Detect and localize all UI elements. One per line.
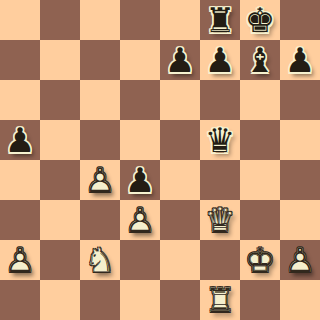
piece-glyph-fill: ♚ <box>240 0 280 40</box>
square-b4[interactable] <box>40 160 80 200</box>
square-a5[interactable]: ♟ <box>0 120 40 160</box>
square-c5[interactable] <box>80 120 120 160</box>
chess-board: ♜♚♟♟♝♟♟♛♟♙♟♟♙♛♕♟♙♞♘♚♔♟♙♜♖ <box>0 0 320 320</box>
piece-white-pawn[interactable]: ♟♙ <box>0 240 40 280</box>
square-f8[interactable]: ♜ <box>200 0 240 40</box>
piece-black-pawn[interactable]: ♟ <box>280 40 320 80</box>
piece-glyph-outline: ♙ <box>80 160 120 200</box>
piece-glyph-fill: ♟ <box>200 40 240 80</box>
square-f2[interactable] <box>200 240 240 280</box>
square-c8[interactable] <box>80 0 120 40</box>
square-e8[interactable] <box>160 0 200 40</box>
square-e7[interactable]: ♟ <box>160 40 200 80</box>
square-b7[interactable] <box>40 40 80 80</box>
square-d2[interactable] <box>120 240 160 280</box>
piece-black-rook[interactable]: ♜ <box>200 0 240 40</box>
square-a7[interactable] <box>0 40 40 80</box>
piece-glyph-fill: ♟ <box>0 120 40 160</box>
square-e4[interactable] <box>160 160 200 200</box>
square-d3[interactable]: ♟♙ <box>120 200 160 240</box>
square-b3[interactable] <box>40 200 80 240</box>
square-a3[interactable] <box>0 200 40 240</box>
square-b2[interactable] <box>40 240 80 280</box>
square-h1[interactable] <box>280 280 320 320</box>
piece-glyph-outline: ♕ <box>200 200 240 240</box>
square-h4[interactable] <box>280 160 320 200</box>
square-b1[interactable] <box>40 280 80 320</box>
square-c6[interactable] <box>80 80 120 120</box>
piece-white-queen[interactable]: ♛♕ <box>200 200 240 240</box>
piece-white-rook[interactable]: ♜♖ <box>200 280 240 320</box>
square-b6[interactable] <box>40 80 80 120</box>
square-h6[interactable] <box>280 80 320 120</box>
piece-black-bishop[interactable]: ♝ <box>240 40 280 80</box>
square-g7[interactable]: ♝ <box>240 40 280 80</box>
piece-black-king[interactable]: ♚ <box>240 0 280 40</box>
square-g5[interactable] <box>240 120 280 160</box>
square-g2[interactable]: ♚♔ <box>240 240 280 280</box>
square-f7[interactable]: ♟ <box>200 40 240 80</box>
piece-black-pawn[interactable]: ♟ <box>120 160 160 200</box>
piece-glyph-fill: ♜ <box>200 0 240 40</box>
square-e1[interactable] <box>160 280 200 320</box>
piece-black-pawn[interactable]: ♟ <box>160 40 200 80</box>
square-f5[interactable]: ♛ <box>200 120 240 160</box>
square-d5[interactable] <box>120 120 160 160</box>
square-b5[interactable] <box>40 120 80 160</box>
piece-white-knight[interactable]: ♞♘ <box>80 240 120 280</box>
square-g4[interactable] <box>240 160 280 200</box>
piece-white-king[interactable]: ♚♔ <box>240 240 280 280</box>
square-b8[interactable] <box>40 0 80 40</box>
square-e6[interactable] <box>160 80 200 120</box>
piece-glyph-fill: ♛ <box>200 120 240 160</box>
square-e2[interactable] <box>160 240 200 280</box>
square-d4[interactable]: ♟ <box>120 160 160 200</box>
square-d1[interactable] <box>120 280 160 320</box>
square-h7[interactable]: ♟ <box>280 40 320 80</box>
piece-glyph-outline: ♙ <box>0 240 40 280</box>
piece-glyph-fill: ♝ <box>240 40 280 80</box>
square-h2[interactable]: ♟♙ <box>280 240 320 280</box>
square-f3[interactable]: ♛♕ <box>200 200 240 240</box>
square-d6[interactable] <box>120 80 160 120</box>
piece-glyph-fill: ♟ <box>120 160 160 200</box>
piece-glyph-fill: ♟ <box>280 40 320 80</box>
square-c2[interactable]: ♞♘ <box>80 240 120 280</box>
square-c3[interactable] <box>80 200 120 240</box>
piece-glyph-outline: ♔ <box>240 240 280 280</box>
square-a1[interactable] <box>0 280 40 320</box>
piece-black-pawn[interactable]: ♟ <box>0 120 40 160</box>
square-a2[interactable]: ♟♙ <box>0 240 40 280</box>
square-g3[interactable] <box>240 200 280 240</box>
square-d8[interactable] <box>120 0 160 40</box>
square-c1[interactable] <box>80 280 120 320</box>
square-d7[interactable] <box>120 40 160 80</box>
piece-black-pawn[interactable]: ♟ <box>200 40 240 80</box>
square-a8[interactable] <box>0 0 40 40</box>
square-a4[interactable] <box>0 160 40 200</box>
piece-glyph-outline: ♙ <box>280 240 320 280</box>
square-c4[interactable]: ♟♙ <box>80 160 120 200</box>
square-e5[interactable] <box>160 120 200 160</box>
square-a6[interactable] <box>0 80 40 120</box>
piece-glyph-outline: ♙ <box>120 200 160 240</box>
square-g1[interactable] <box>240 280 280 320</box>
square-h5[interactable] <box>280 120 320 160</box>
square-f1[interactable]: ♜♖ <box>200 280 240 320</box>
piece-glyph-outline: ♘ <box>80 240 120 280</box>
piece-white-pawn[interactable]: ♟♙ <box>280 240 320 280</box>
piece-white-pawn[interactable]: ♟♙ <box>80 160 120 200</box>
square-c7[interactable] <box>80 40 120 80</box>
square-f6[interactable] <box>200 80 240 120</box>
piece-black-queen[interactable]: ♛ <box>200 120 240 160</box>
square-h3[interactable] <box>280 200 320 240</box>
piece-glyph-outline: ♖ <box>200 280 240 320</box>
piece-white-pawn[interactable]: ♟♙ <box>120 200 160 240</box>
square-h8[interactable] <box>280 0 320 40</box>
piece-glyph-fill: ♟ <box>160 40 200 80</box>
square-g6[interactable] <box>240 80 280 120</box>
square-e3[interactable] <box>160 200 200 240</box>
square-g8[interactable]: ♚ <box>240 0 280 40</box>
square-f4[interactable] <box>200 160 240 200</box>
